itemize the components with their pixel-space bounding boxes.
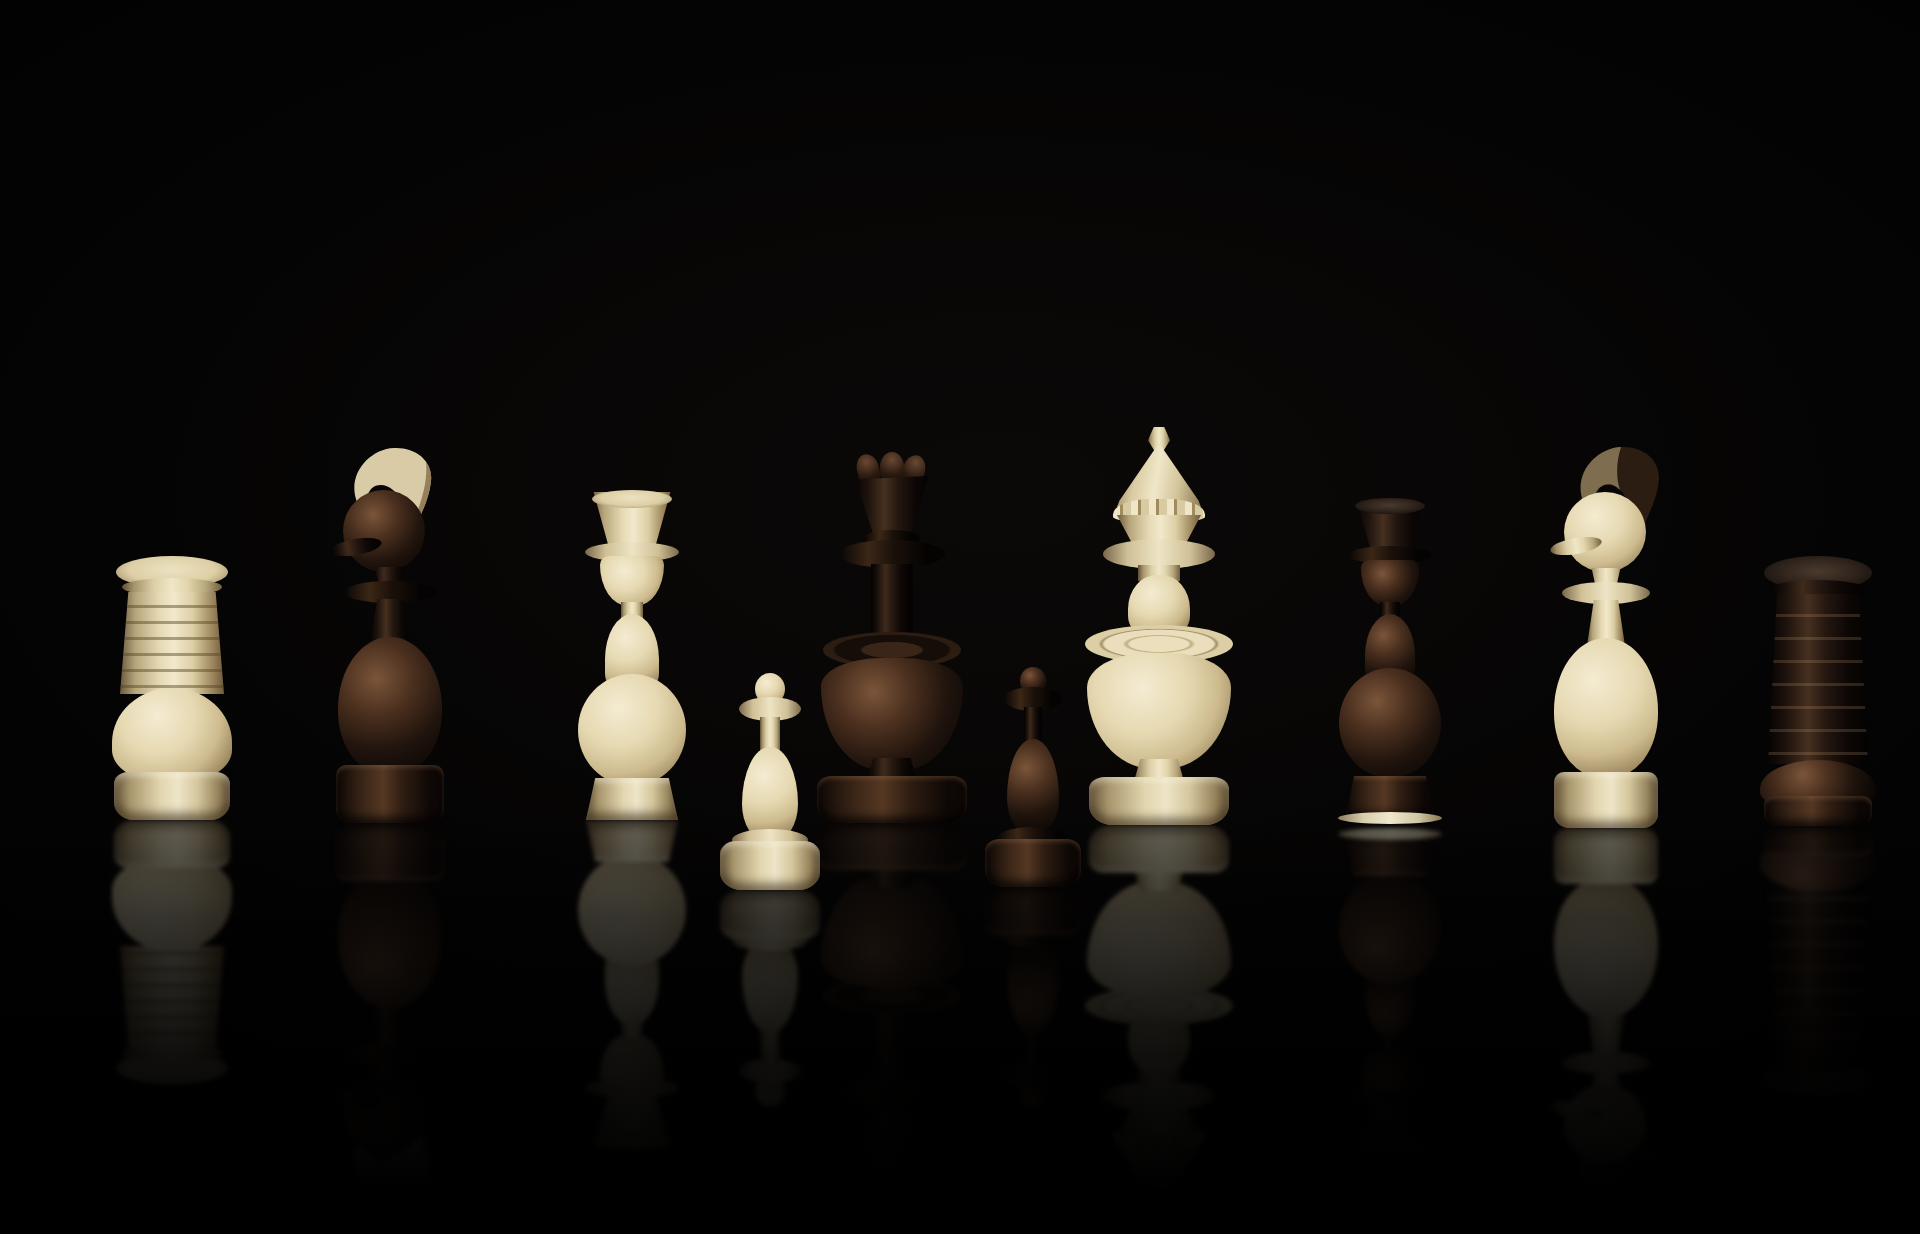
pawn-neck <box>1024 707 1042 743</box>
king-stem <box>871 564 913 640</box>
king-plinth <box>1089 777 1229 825</box>
black-rook-piece-reflection <box>1758 826 1878 1096</box>
bishop-gourd-sphere <box>578 674 686 786</box>
white-knight-piece-reflection <box>1542 828 1670 1216</box>
black-bishop-piece-reflection <box>1336 826 1444 1154</box>
pawn-teardrop-body <box>742 747 798 841</box>
knight-bell-body <box>338 637 442 775</box>
knight-helmet-head <box>1564 492 1646 572</box>
pawn-teardrop-body <box>1007 739 1059 835</box>
bishop-cup-bowl <box>1361 560 1419 606</box>
white-king-piece <box>1085 427 1233 825</box>
king-urn-body <box>1087 653 1231 769</box>
rook-base <box>114 772 230 820</box>
king-plinth <box>817 776 967 823</box>
black-bishop-piece <box>1336 498 1444 826</box>
bishop-cup-bowl <box>600 556 664 606</box>
rook-ringed-shaft <box>1768 594 1868 764</box>
rook-swelled-body <box>112 688 232 782</box>
black-king-piece-reflection <box>817 823 967 1194</box>
knight-bell-body <box>1554 638 1658 778</box>
bishop-gourd-sphere <box>1339 668 1441 778</box>
pawn-base <box>720 841 820 890</box>
black-rook-piece <box>1758 556 1878 826</box>
knight-base <box>1554 772 1658 828</box>
photo-scene <box>0 0 1920 1234</box>
black-pawn-piece-reflection <box>983 887 1083 1107</box>
rook-ringed-shaft <box>120 592 224 694</box>
bishop-foot <box>586 778 678 820</box>
king-urn-body <box>821 658 963 770</box>
white-bishop-piece <box>578 490 686 820</box>
white-rook-piece <box>112 556 232 820</box>
black-knight-piece <box>326 443 454 823</box>
black-king-piece <box>817 452 967 823</box>
white-pawn-piece <box>713 673 827 890</box>
bishop-hat-top <box>592 490 672 508</box>
white-king-piece-reflection <box>1085 825 1233 1223</box>
bishop-base-white-ring <box>1338 812 1442 824</box>
rook-base <box>1764 796 1872 826</box>
knight-helmet-head <box>343 490 425 572</box>
white-knight-piece <box>1542 440 1670 828</box>
bishop-hat-top <box>1355 498 1425 514</box>
black-knight-piece-reflection <box>326 823 454 1203</box>
white-pawn-piece-reflection <box>713 890 827 1107</box>
pawn-base <box>985 839 1081 887</box>
white-rook-piece-reflection <box>112 820 232 1084</box>
king-crown-cup <box>854 476 930 536</box>
white-bishop-piece-reflection <box>578 820 686 1150</box>
king-dome-cone <box>1117 443 1201 507</box>
knight-base <box>336 765 444 823</box>
black-pawn-piece <box>983 667 1083 887</box>
